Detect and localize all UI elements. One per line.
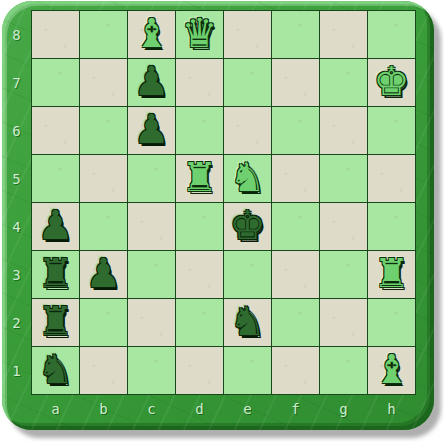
black-pawn-b3: ♟ xyxy=(86,253,122,293)
square-f8[interactable] xyxy=(272,11,319,58)
square-d7[interactable] xyxy=(176,59,223,106)
square-e3[interactable] xyxy=(224,251,271,298)
rank-label-5: 5 xyxy=(2,155,31,202)
square-f1[interactable] xyxy=(272,347,319,394)
rank-label-2: 2 xyxy=(2,299,31,346)
square-e1[interactable] xyxy=(224,347,271,394)
square-h1[interactable]: ♝ xyxy=(368,347,415,394)
file-label-d: d xyxy=(176,395,223,422)
frame-corner xyxy=(2,395,31,422)
square-g5[interactable] xyxy=(320,155,367,202)
square-h3[interactable]: ♜ xyxy=(368,251,415,298)
square-f3[interactable] xyxy=(272,251,319,298)
rank-label-1: 1 xyxy=(2,347,31,394)
rank-label-7: 7 xyxy=(2,59,31,106)
square-b6[interactable] xyxy=(80,107,127,154)
rank-label-8: 8 xyxy=(2,11,31,58)
square-a5[interactable] xyxy=(32,155,79,202)
square-b7[interactable] xyxy=(80,59,127,106)
file-label-a: a xyxy=(32,395,79,422)
board-frame: 87654321 ♝♛♟♚♟♜♞♟♚♜♟♜♜♞♞♝ abcdefgh xyxy=(2,1,434,430)
file-label-f: f xyxy=(272,395,319,422)
rank-label-6: 6 xyxy=(2,107,31,154)
square-g7[interactable] xyxy=(320,59,367,106)
file-labels: abcdefgh xyxy=(31,395,416,422)
square-h6[interactable] xyxy=(368,107,415,154)
square-d1[interactable] xyxy=(176,347,223,394)
black-knight-e2: ♞ xyxy=(230,301,266,341)
square-b1[interactable] xyxy=(80,347,127,394)
square-d4[interactable] xyxy=(176,203,223,250)
black-king-e4: ♚ xyxy=(230,205,266,245)
square-f4[interactable] xyxy=(272,203,319,250)
square-g3[interactable] xyxy=(320,251,367,298)
square-a3[interactable]: ♜ xyxy=(32,251,79,298)
square-d5[interactable]: ♜ xyxy=(176,155,223,202)
square-g8[interactable] xyxy=(320,11,367,58)
square-h5[interactable] xyxy=(368,155,415,202)
square-a1[interactable]: ♞ xyxy=(32,347,79,394)
square-e8[interactable] xyxy=(224,11,271,58)
square-f7[interactable] xyxy=(272,59,319,106)
square-a8[interactable] xyxy=(32,11,79,58)
square-d2[interactable] xyxy=(176,299,223,346)
white-rook-h3: ♜ xyxy=(374,253,410,293)
square-b3[interactable]: ♟ xyxy=(80,251,127,298)
white-queen-d8: ♛ xyxy=(182,13,218,53)
square-h2[interactable] xyxy=(368,299,415,346)
chess-board: ♝♛♟♚♟♜♞♟♚♜♟♜♜♞♞♝ xyxy=(31,10,416,395)
square-h4[interactable] xyxy=(368,203,415,250)
square-b8[interactable] xyxy=(80,11,127,58)
white-rook-d5: ♜ xyxy=(182,157,218,197)
rank-label-4: 4 xyxy=(2,203,31,250)
file-label-e: e xyxy=(224,395,271,422)
white-king-h7: ♚ xyxy=(374,61,410,101)
black-rook-a3: ♜ xyxy=(38,253,74,293)
white-knight-e5: ♞ xyxy=(230,157,266,197)
board-area: 87654321 ♝♛♟♚♟♜♞♟♚♜♟♜♜♞♞♝ abcdefgh xyxy=(2,10,416,422)
square-d3[interactable] xyxy=(176,251,223,298)
square-c5[interactable] xyxy=(128,155,175,202)
square-e4[interactable]: ♚ xyxy=(224,203,271,250)
square-c4[interactable] xyxy=(128,203,175,250)
rank-labels: 87654321 xyxy=(2,10,31,395)
file-label-b: b xyxy=(80,395,127,422)
black-rook-a2: ♜ xyxy=(38,301,74,341)
black-pawn-c7: ♟ xyxy=(134,61,170,101)
square-b2[interactable] xyxy=(80,299,127,346)
square-g6[interactable] xyxy=(320,107,367,154)
file-label-c: c xyxy=(128,395,175,422)
square-c1[interactable] xyxy=(128,347,175,394)
square-c6[interactable]: ♟ xyxy=(128,107,175,154)
square-a6[interactable] xyxy=(32,107,79,154)
square-c7[interactable]: ♟ xyxy=(128,59,175,106)
chessboard-scene: 87654321 ♝♛♟♚♟♜♞♟♚♜♟♜♜♞♞♝ abcdefgh xyxy=(0,0,444,442)
square-e7[interactable] xyxy=(224,59,271,106)
square-h7[interactable]: ♚ xyxy=(368,59,415,106)
white-bishop-c8: ♝ xyxy=(134,13,170,53)
square-g1[interactable] xyxy=(320,347,367,394)
square-c3[interactable] xyxy=(128,251,175,298)
square-f6[interactable] xyxy=(272,107,319,154)
square-g2[interactable] xyxy=(320,299,367,346)
square-d6[interactable] xyxy=(176,107,223,154)
square-e2[interactable]: ♞ xyxy=(224,299,271,346)
square-f5[interactable] xyxy=(272,155,319,202)
square-b5[interactable] xyxy=(80,155,127,202)
square-g4[interactable] xyxy=(320,203,367,250)
black-knight-a1: ♞ xyxy=(38,349,74,389)
square-e6[interactable] xyxy=(224,107,271,154)
square-d8[interactable]: ♛ xyxy=(176,11,223,58)
square-a7[interactable] xyxy=(32,59,79,106)
square-h8[interactable] xyxy=(368,11,415,58)
black-pawn-c6: ♟ xyxy=(134,109,170,149)
white-bishop-h1: ♝ xyxy=(374,349,410,389)
square-a2[interactable]: ♜ xyxy=(32,299,79,346)
square-e5[interactable]: ♞ xyxy=(224,155,271,202)
square-f2[interactable] xyxy=(272,299,319,346)
black-pawn-a4: ♟ xyxy=(38,205,74,245)
square-b4[interactable] xyxy=(80,203,127,250)
rank-label-3: 3 xyxy=(2,251,31,298)
file-label-h: h xyxy=(368,395,415,422)
square-c8[interactable]: ♝ xyxy=(128,11,175,58)
file-label-g: g xyxy=(320,395,367,422)
square-a4[interactable]: ♟ xyxy=(32,203,79,250)
square-c2[interactable] xyxy=(128,299,175,346)
